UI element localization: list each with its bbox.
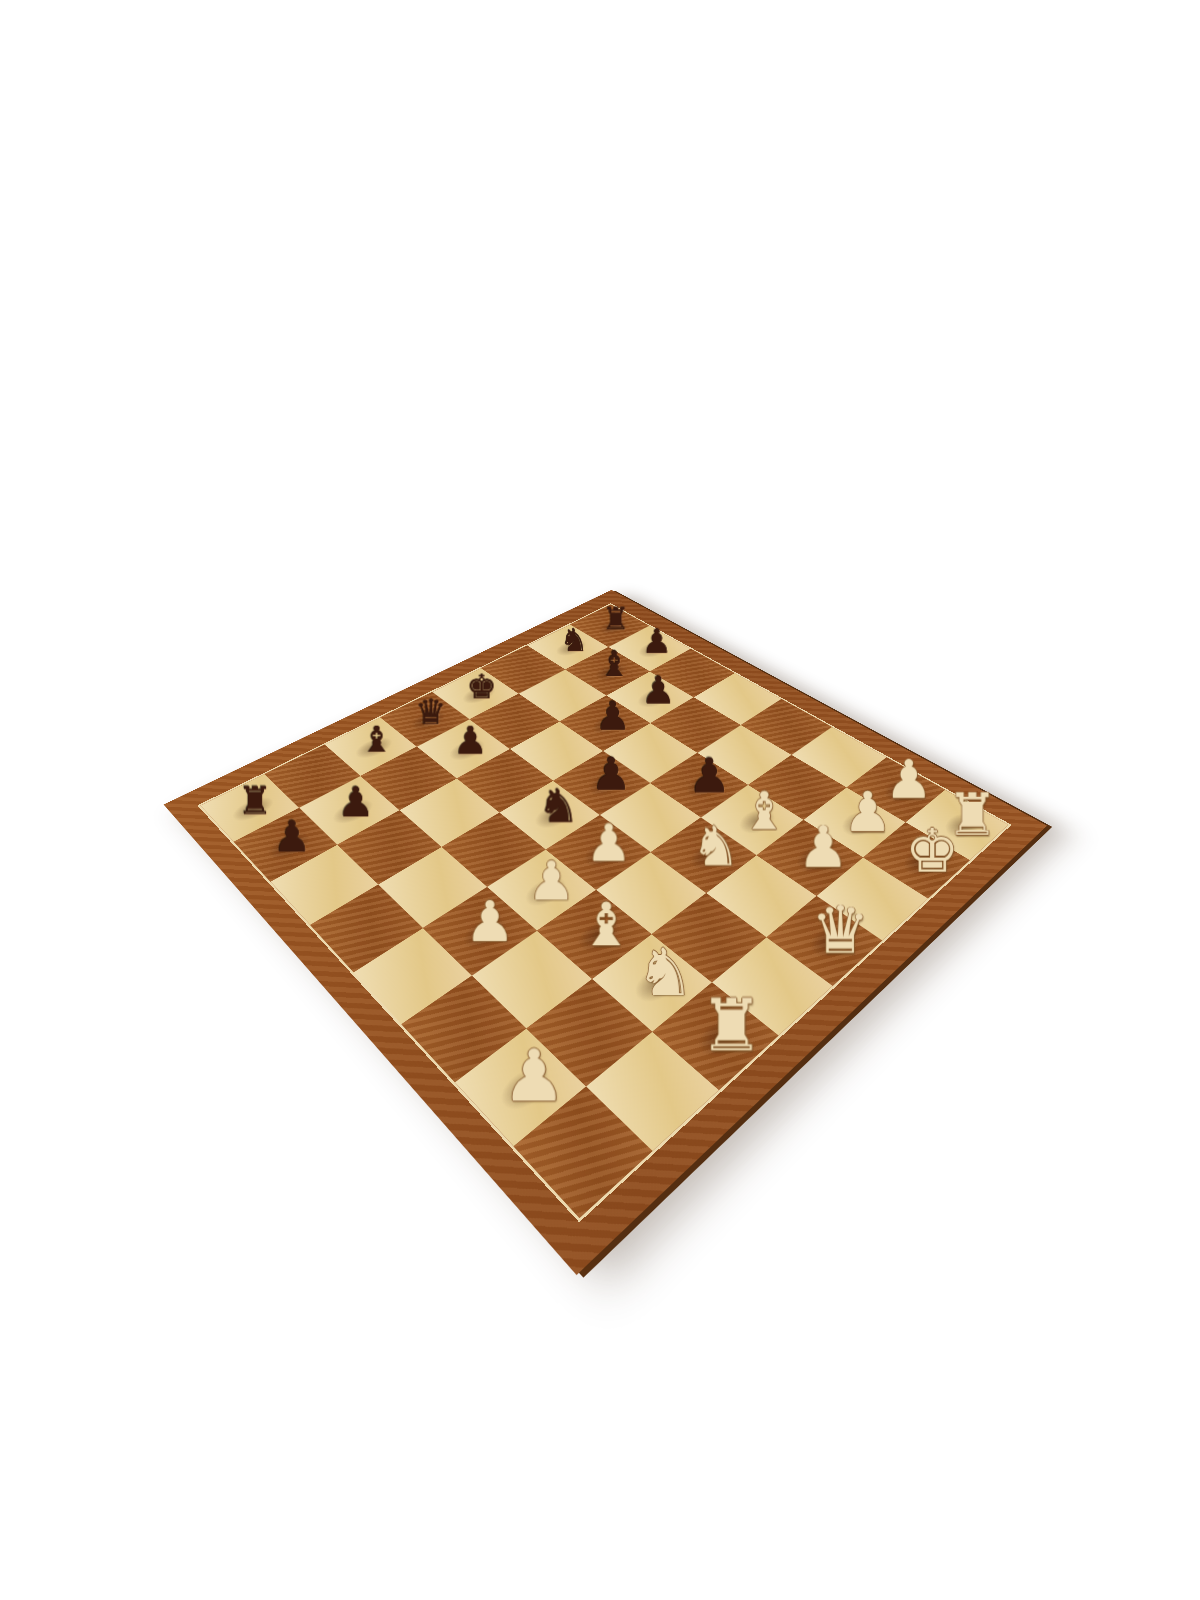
- piece-anchor-f2: ♟: [757, 820, 863, 896]
- page-background: { "game": "chess", "scene_type": "wooden…: [0, 0, 1200, 1600]
- piece-anchor-g1: ♚: [863, 822, 970, 898]
- chessboard: ♜♝♛♚♞♜♟♟♟♝♟♟♟♞♟♟♟♟♟♝♞♝♟♞♟♟♟♜♛♚♜: [197, 603, 1011, 1222]
- square-g1[interactable]: ♚: [863, 822, 970, 898]
- board-frame: ♜♝♛♚♞♜♟♟♟♝♟♟♟♞♟♟♟♟♟♝♞♝♟♞♟♟♟♜♛♚♜: [164, 590, 1047, 1275]
- square-f2[interactable]: ♟: [757, 820, 863, 896]
